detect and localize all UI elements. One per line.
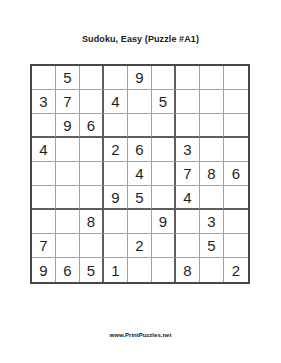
grid-cell-r2c4: 4 <box>104 90 128 114</box>
grid-cell-r8c5: 2 <box>128 234 152 258</box>
grid-cell-r3c3: 6 <box>80 114 104 138</box>
grid-cell-r6c7: 4 <box>176 186 200 210</box>
grid-cell-r4c3 <box>80 138 104 162</box>
grid-cell-r3c7 <box>176 114 200 138</box>
grid-cell-r5c6 <box>152 162 176 186</box>
grid-cell-r6c4: 9 <box>104 186 128 210</box>
footer-url: www.PrintPuzzles.net <box>0 332 281 338</box>
grid-cell-r5c3 <box>80 162 104 186</box>
grid-cell-r3c9 <box>224 114 248 138</box>
grid-cell-r7c3: 8 <box>80 210 104 234</box>
grid-cell-r9c8 <box>200 258 224 282</box>
grid-cell-r1c4 <box>104 66 128 90</box>
grid-cell-r4c8 <box>200 138 224 162</box>
grid-cell-r6c5: 5 <box>128 186 152 210</box>
grid-cell-r5c5: 4 <box>128 162 152 186</box>
grid-cell-r6c9 <box>224 186 248 210</box>
grid-cell-r4c4: 2 <box>104 138 128 162</box>
grid-cell-r8c4 <box>104 234 128 258</box>
grid-cell-r1c1 <box>32 66 56 90</box>
grid-cell-r4c9 <box>224 138 248 162</box>
grid-cell-r6c1 <box>32 186 56 210</box>
grid-cell-r9c7: 8 <box>176 258 200 282</box>
grid-cell-r5c1 <box>32 162 56 186</box>
grid-cell-r5c2 <box>56 162 80 186</box>
grid-cell-r1c2: 5 <box>56 66 80 90</box>
grid-cell-r7c9 <box>224 210 248 234</box>
grid-cell-r1c5: 9 <box>128 66 152 90</box>
grid-cell-r6c3 <box>80 186 104 210</box>
grid-cell-r2c1: 3 <box>32 90 56 114</box>
grid-cell-r7c6: 9 <box>152 210 176 234</box>
grid-cell-r2c7 <box>176 90 200 114</box>
grid-cell-r7c2 <box>56 210 80 234</box>
grid-cell-r4c6 <box>152 138 176 162</box>
grid-cell-r9c2: 6 <box>56 258 80 282</box>
grid-cell-r6c2 <box>56 186 80 210</box>
grid-cell-r1c6 <box>152 66 176 90</box>
grid-cell-r6c6 <box>152 186 176 210</box>
grid-cell-r9c1: 9 <box>32 258 56 282</box>
grid-cell-r9c3: 5 <box>80 258 104 282</box>
grid-cell-r7c5 <box>128 210 152 234</box>
grid-cell-r8c8: 5 <box>200 234 224 258</box>
grid-cell-r1c8 <box>200 66 224 90</box>
grid-cell-r1c3 <box>80 66 104 90</box>
grid-cell-r4c1: 4 <box>32 138 56 162</box>
grid-cell-r8c2 <box>56 234 80 258</box>
grid-cell-r7c4 <box>104 210 128 234</box>
grid-cell-r6c8 <box>200 186 224 210</box>
grid-cell-r2c6: 5 <box>152 90 176 114</box>
grid-cell-r9c4: 1 <box>104 258 128 282</box>
grid-cell-r8c9 <box>224 234 248 258</box>
grid-cell-r3c4 <box>104 114 128 138</box>
grid-cell-r9c6 <box>152 258 176 282</box>
grid-cell-r3c5 <box>128 114 152 138</box>
grid-cell-r8c1: 7 <box>32 234 56 258</box>
grid-cell-r1c9 <box>224 66 248 90</box>
grid-cell-r3c2: 9 <box>56 114 80 138</box>
sudoku-board: 5937459642634786954893725965182 <box>30 64 250 284</box>
grid-cell-r2c2: 7 <box>56 90 80 114</box>
grid-cell-r4c2 <box>56 138 80 162</box>
grid-cell-r5c4 <box>104 162 128 186</box>
page-title: Sudoku, Easy (Puzzle #A1) <box>0 34 281 44</box>
grid-cell-r7c8: 3 <box>200 210 224 234</box>
grid-cell-r7c7 <box>176 210 200 234</box>
grid-cell-r4c5: 6 <box>128 138 152 162</box>
grid-cell-r8c7 <box>176 234 200 258</box>
grid-cell-r5c9: 6 <box>224 162 248 186</box>
grid-cell-r2c5 <box>128 90 152 114</box>
grid-cell-r8c3 <box>80 234 104 258</box>
grid-cell-r9c5 <box>128 258 152 282</box>
grid-cell-r1c7 <box>176 66 200 90</box>
grid-cell-r3c1 <box>32 114 56 138</box>
grid-cell-r2c8 <box>200 90 224 114</box>
grid-cell-r8c6 <box>152 234 176 258</box>
grid-cell-r4c7: 3 <box>176 138 200 162</box>
grid-cell-r7c1 <box>32 210 56 234</box>
grid-cell-r3c6 <box>152 114 176 138</box>
grid-cell-r9c9: 2 <box>224 258 248 282</box>
grid-cell-r5c7: 7 <box>176 162 200 186</box>
grid-cell-r2c3 <box>80 90 104 114</box>
grid-cell-r3c8 <box>200 114 224 138</box>
grid-cell-r5c8: 8 <box>200 162 224 186</box>
grid-cell-r2c9 <box>224 90 248 114</box>
